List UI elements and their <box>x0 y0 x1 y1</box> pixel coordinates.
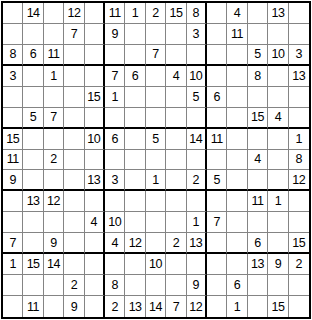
cell-r14c14[interactable] <box>268 275 288 296</box>
cell-r9c13[interactable] <box>248 170 268 191</box>
cell-r5c12[interactable] <box>227 87 247 108</box>
cell-r1c10: 8 <box>187 3 207 24</box>
cell-r8c14[interactable] <box>268 150 288 171</box>
cell-r4c1: 3 <box>3 66 23 87</box>
cell-r6c15[interactable] <box>289 108 309 129</box>
cell-r11c4[interactable] <box>64 212 84 233</box>
cell-r5c10: 5 <box>187 87 207 108</box>
cell-r4c5[interactable] <box>85 66 105 87</box>
cell-r13c3: 14 <box>44 254 64 275</box>
cell-r11c9[interactable] <box>166 212 186 233</box>
cell-r10c14: 1 <box>268 191 288 212</box>
cell-r8c6[interactable] <box>105 150 125 171</box>
cell-r5c1[interactable] <box>3 87 23 108</box>
cell-r3c11[interactable] <box>207 45 227 66</box>
cell-r5c14[interactable] <box>268 87 288 108</box>
cell-r1c4: 12 <box>64 3 84 24</box>
cell-r4c13: 8 <box>248 66 268 87</box>
cell-r12c11[interactable] <box>207 233 227 254</box>
cell-r10c15[interactable] <box>289 191 309 212</box>
cell-r5c4[interactable] <box>64 87 84 108</box>
cell-r9c9[interactable] <box>166 170 186 191</box>
cell-r13c12[interactable] <box>227 254 247 275</box>
cell-r14c3[interactable] <box>44 275 64 296</box>
cell-r4c9: 4 <box>166 66 186 87</box>
cell-r4c7: 6 <box>125 66 145 87</box>
cell-r15c7: 13 <box>125 296 145 317</box>
cell-r11c11: 7 <box>207 212 227 233</box>
cell-r12c9: 2 <box>166 233 186 254</box>
cell-r7c11: 11 <box>207 129 227 150</box>
cell-r3c13: 5 <box>248 45 268 66</box>
cell-r9c11: 5 <box>207 170 227 191</box>
cell-r4c6: 7 <box>105 66 125 87</box>
cell-r14c1[interactable] <box>3 275 23 296</box>
cell-r13c10[interactable] <box>187 254 207 275</box>
cell-r5c13[interactable] <box>248 87 268 108</box>
cell-r6c1[interactable] <box>3 108 23 129</box>
cell-r1c7: 1 <box>125 3 145 24</box>
cell-r15c13[interactable] <box>248 296 268 317</box>
cell-r7c15: 1 <box>289 129 309 150</box>
cell-r3c10[interactable] <box>187 45 207 66</box>
cell-r10c12[interactable] <box>227 191 247 212</box>
cell-r4c14[interactable] <box>268 66 288 87</box>
cell-r11c12[interactable] <box>227 212 247 233</box>
cell-r9c10: 2 <box>187 170 207 191</box>
cell-r11c7[interactable] <box>125 212 145 233</box>
cell-r6c10[interactable] <box>187 108 207 129</box>
cell-r13c8: 10 <box>146 254 166 275</box>
cell-r15c12: 1 <box>227 296 247 317</box>
cell-r11c1[interactable] <box>3 212 23 233</box>
cell-r8c1: 11 <box>3 150 23 171</box>
cell-r14c7[interactable] <box>125 275 145 296</box>
cell-r12c7: 12 <box>125 233 145 254</box>
cell-r15c15[interactable] <box>289 296 309 317</box>
cell-r9c7[interactable] <box>125 170 145 191</box>
cell-r6c9[interactable] <box>166 108 186 129</box>
cell-r13c7[interactable] <box>125 254 145 275</box>
cell-r7c2[interactable] <box>23 129 43 150</box>
cell-r5c7[interactable] <box>125 87 145 108</box>
cell-r7c12[interactable] <box>227 129 247 150</box>
cell-r8c4[interactable] <box>64 150 84 171</box>
cell-r8c2[interactable] <box>23 150 43 171</box>
cell-r13c13: 13 <box>248 254 268 275</box>
cell-r10c8[interactable] <box>146 191 166 212</box>
cell-r11c2[interactable] <box>23 212 43 233</box>
cell-r3c1: 8 <box>3 45 23 66</box>
cell-r4c4[interactable] <box>64 66 84 87</box>
sudoku-page: 1412111215841379311861175103317641081315… <box>0 0 312 320</box>
cell-r7c6: 6 <box>105 129 125 150</box>
cell-r15c14: 15 <box>268 296 288 317</box>
cell-r8c3: 2 <box>44 150 64 171</box>
cell-r3c2: 6 <box>23 45 43 66</box>
cell-r4c8[interactable] <box>146 66 166 87</box>
cell-r15c9: 7 <box>166 296 186 317</box>
cell-r1c9: 15 <box>166 3 186 24</box>
cell-r2c2[interactable] <box>23 24 43 45</box>
cell-r9c12[interactable] <box>227 170 247 191</box>
cell-r4c2[interactable] <box>23 66 43 87</box>
cell-r8c11[interactable] <box>207 150 227 171</box>
cell-r10c5[interactable] <box>85 191 105 212</box>
cell-r1c12: 4 <box>227 3 247 24</box>
cell-r2c7[interactable] <box>125 24 145 45</box>
cell-r4c11[interactable] <box>207 66 227 87</box>
cell-r7c4[interactable] <box>64 129 84 150</box>
cell-r8c8[interactable] <box>146 150 166 171</box>
cell-r9c8: 1 <box>146 170 166 191</box>
cell-r13c15: 2 <box>289 254 309 275</box>
cell-r7c5: 10 <box>85 129 105 150</box>
cell-r8c12[interactable] <box>227 150 247 171</box>
cell-r6c8[interactable] <box>146 108 166 129</box>
cell-r7c14[interactable] <box>268 129 288 150</box>
cell-r14c10: 9 <box>187 275 207 296</box>
cell-r15c1[interactable] <box>3 296 23 317</box>
cell-r10c4[interactable] <box>64 191 84 212</box>
cell-r5c3[interactable] <box>44 87 64 108</box>
cell-r4c12[interactable] <box>227 66 247 87</box>
cell-r12c12[interactable] <box>227 233 247 254</box>
cell-r2c6: 9 <box>105 24 125 45</box>
cell-r13c9[interactable] <box>166 254 186 275</box>
cell-r14c5[interactable] <box>85 275 105 296</box>
cell-r12c3: 9 <box>44 233 64 254</box>
cell-r14c13[interactable] <box>248 275 268 296</box>
cell-r11c10: 1 <box>187 212 207 233</box>
cell-r6c6[interactable] <box>105 108 125 129</box>
cell-r8c9[interactable] <box>166 150 186 171</box>
cell-r14c9[interactable] <box>166 275 186 296</box>
cell-r12c4[interactable] <box>64 233 84 254</box>
cell-r11c3[interactable] <box>44 212 64 233</box>
cell-r7c3[interactable] <box>44 129 64 150</box>
cell-r8c5[interactable] <box>85 150 105 171</box>
cell-r9c1: 9 <box>3 170 23 191</box>
cell-r1c14: 13 <box>268 3 288 24</box>
cell-r1c1[interactable] <box>3 3 23 24</box>
cell-r8c15: 8 <box>289 150 309 171</box>
cell-r2c15[interactable] <box>289 24 309 45</box>
cell-r11c5: 4 <box>85 212 105 233</box>
cell-r13c6[interactable] <box>105 254 125 275</box>
cell-r13c2: 15 <box>23 254 43 275</box>
cell-r6c4[interactable] <box>64 108 84 129</box>
cell-r3c9[interactable] <box>166 45 186 66</box>
cell-r7c1: 15 <box>3 129 23 150</box>
cell-r14c15[interactable] <box>289 275 309 296</box>
cell-r2c8[interactable] <box>146 24 166 45</box>
cell-r2c3[interactable] <box>44 24 64 45</box>
cell-r5c5: 15 <box>85 87 105 108</box>
cell-r10c9[interactable] <box>166 191 186 212</box>
cell-r6c5[interactable] <box>85 108 105 129</box>
cell-r15c2: 11 <box>23 296 43 317</box>
cell-r8c13: 4 <box>248 150 268 171</box>
cell-r2c9[interactable] <box>166 24 186 45</box>
cell-r6c13: 15 <box>248 108 268 129</box>
cell-r10c13: 11 <box>248 191 268 212</box>
cell-r11c15[interactable] <box>289 212 309 233</box>
cell-r9c15: 12 <box>289 170 309 191</box>
cell-r3c12[interactable] <box>227 45 247 66</box>
cell-r1c6: 11 <box>105 3 125 24</box>
cell-r9c3[interactable] <box>44 170 64 191</box>
cell-r4c10: 10 <box>187 66 207 87</box>
cell-r7c13[interactable] <box>248 129 268 150</box>
cell-r13c14: 9 <box>268 254 288 275</box>
cell-r6c3: 7 <box>44 108 64 129</box>
cell-r6c12[interactable] <box>227 108 247 129</box>
cell-r9c14[interactable] <box>268 170 288 191</box>
cell-r13c4[interactable] <box>64 254 84 275</box>
cell-r13c1: 1 <box>3 254 23 275</box>
cell-r4c15: 13 <box>289 66 309 87</box>
cell-r1c15[interactable] <box>289 3 309 24</box>
cell-r12c15: 15 <box>289 233 309 254</box>
cell-r10c3: 12 <box>44 191 64 212</box>
cell-r15c8: 14 <box>146 296 166 317</box>
cell-r15c11[interactable] <box>207 296 227 317</box>
cell-r6c7[interactable] <box>125 108 145 129</box>
cell-r8c7[interactable] <box>125 150 145 171</box>
cell-r5c11: 6 <box>207 87 227 108</box>
cell-r3c7[interactable] <box>125 45 145 66</box>
cell-r10c1[interactable] <box>3 191 23 212</box>
cell-r10c10[interactable] <box>187 191 207 212</box>
cell-r15c3[interactable] <box>44 296 64 317</box>
cell-r1c2: 14 <box>23 3 43 24</box>
cell-r5c15[interactable] <box>289 87 309 108</box>
cell-r12c13: 6 <box>248 233 268 254</box>
cell-r14c11[interactable] <box>207 275 227 296</box>
cell-r5c9[interactable] <box>166 87 186 108</box>
cell-r9c4[interactable] <box>64 170 84 191</box>
cell-r10c2: 13 <box>23 191 43 212</box>
cell-r1c13[interactable] <box>248 3 268 24</box>
cell-r14c12: 6 <box>227 275 247 296</box>
cell-r2c11[interactable] <box>207 24 227 45</box>
cell-r2c14[interactable] <box>268 24 288 45</box>
cell-r2c13[interactable] <box>248 24 268 45</box>
cell-r3c6[interactable] <box>105 45 125 66</box>
cell-r12c8[interactable] <box>146 233 166 254</box>
cell-r7c10: 14 <box>187 129 207 150</box>
cell-r1c11[interactable] <box>207 3 227 24</box>
cell-r5c2[interactable] <box>23 87 43 108</box>
sudoku-board: 1412111215841379311861175103317641081315… <box>1 1 311 319</box>
cell-r11c14[interactable] <box>268 212 288 233</box>
cell-r11c8[interactable] <box>146 212 166 233</box>
cell-r2c12: 11 <box>227 24 247 45</box>
cell-r14c8[interactable] <box>146 275 166 296</box>
cell-r2c1[interactable] <box>3 24 23 45</box>
cell-r2c5[interactable] <box>85 24 105 45</box>
cell-r14c2[interactable] <box>23 275 43 296</box>
cell-r1c3[interactable] <box>44 3 64 24</box>
cell-r10c7[interactable] <box>125 191 145 212</box>
cell-r6c14: 4 <box>268 108 288 129</box>
cell-r11c13[interactable] <box>248 212 268 233</box>
cell-r3c14: 10 <box>268 45 288 66</box>
cell-r5c6: 1 <box>105 87 125 108</box>
cell-r12c6: 4 <box>105 233 125 254</box>
cell-r9c2[interactable] <box>23 170 43 191</box>
cell-r10c6[interactable] <box>105 191 125 212</box>
cell-r14c4: 2 <box>64 275 84 296</box>
cell-r11c6: 10 <box>105 212 125 233</box>
cell-r12c2[interactable] <box>23 233 43 254</box>
cell-r13c11[interactable] <box>207 254 227 275</box>
cell-r1c5[interactable] <box>85 3 105 24</box>
cell-r9c6: 3 <box>105 170 125 191</box>
cell-r2c4: 7 <box>64 24 84 45</box>
cell-r1c8: 2 <box>146 3 166 24</box>
cell-r12c14[interactable] <box>268 233 288 254</box>
cell-r7c8: 5 <box>146 129 166 150</box>
cell-r6c2: 5 <box>23 108 43 129</box>
cell-r3c15: 3 <box>289 45 309 66</box>
cell-r4c3: 1 <box>44 66 64 87</box>
cell-r15c6: 2 <box>105 296 125 317</box>
cell-r8c10[interactable] <box>187 150 207 171</box>
cell-r12c1: 7 <box>3 233 23 254</box>
cell-r3c5[interactable] <box>85 45 105 66</box>
cell-r13c5[interactable] <box>85 254 105 275</box>
cell-r3c8: 7 <box>146 45 166 66</box>
cell-r3c4[interactable] <box>64 45 84 66</box>
cell-r6c11[interactable] <box>207 108 227 129</box>
cell-r7c7[interactable] <box>125 129 145 150</box>
cell-r7c9[interactable] <box>166 129 186 150</box>
cell-r12c10: 13 <box>187 233 207 254</box>
cell-r3c3: 11 <box>44 45 64 66</box>
cell-r15c10: 12 <box>187 296 207 317</box>
cell-r2c10: 3 <box>187 24 207 45</box>
cell-r10c11[interactable] <box>207 191 227 212</box>
cell-r15c5[interactable] <box>85 296 105 317</box>
cell-r9c5: 13 <box>85 170 105 191</box>
cell-r14c6: 8 <box>105 275 125 296</box>
cell-r12c5[interactable] <box>85 233 105 254</box>
cell-r5c8[interactable] <box>146 87 166 108</box>
cell-r15c4: 9 <box>64 296 84 317</box>
